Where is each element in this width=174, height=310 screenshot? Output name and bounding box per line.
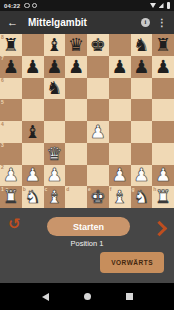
square-f6[interactable] (109, 78, 131, 100)
square-g2[interactable]: ♟ (131, 165, 153, 187)
forward-button[interactable]: VORWÄRTS (100, 252, 164, 273)
square-b8[interactable] (22, 34, 44, 56)
nav-home-icon[interactable] (84, 293, 91, 300)
square-h6[interactable] (152, 78, 174, 100)
piece-black-rook: ♜ (155, 35, 171, 53)
nav-recents-icon[interactable] (126, 293, 133, 300)
piece-white-queen: ♛ (46, 144, 62, 162)
piece-black-king: ♚ (90, 35, 106, 53)
back-arrow-icon[interactable]: ← (7, 17, 18, 28)
info-icon[interactable]: i (141, 18, 150, 27)
piece-black-pawn: ♟ (25, 57, 41, 75)
square-e8[interactable]: ♚ (87, 34, 109, 56)
square-g3[interactable] (131, 143, 153, 165)
square-g5[interactable] (131, 99, 153, 121)
piece-white-knight: ♞ (133, 188, 149, 206)
square-a1[interactable]: 1a♜ (0, 186, 22, 208)
square-a8[interactable]: 8♜ (0, 34, 22, 56)
square-d7[interactable]: ♟ (65, 56, 87, 78)
square-h4[interactable] (152, 121, 174, 143)
square-a2[interactable]: 2♟ (0, 165, 22, 187)
chess-board: 8♜♝♛♚♞♜7♟♟♟♟♟♟♟6♞54♝♟3♛2♟♟♟♟♟♟1a♜b♞c♝de♚… (0, 34, 174, 208)
coord-file-label: d (66, 187, 69, 192)
square-g4[interactable] (131, 121, 153, 143)
square-f2[interactable]: ♟ (109, 165, 131, 187)
status-bar: 04:22 (0, 0, 174, 11)
piece-white-pawn: ♟ (3, 166, 19, 184)
piece-white-pawn: ♟ (112, 166, 128, 184)
square-c2[interactable]: ♟ (44, 165, 66, 187)
square-a3[interactable]: 3 (0, 143, 22, 165)
square-c8[interactable]: ♝ (44, 34, 66, 56)
square-h1[interactable]: h♜ (152, 186, 174, 208)
piece-white-king: ♚ (90, 188, 106, 206)
piece-white-rook: ♜ (155, 188, 171, 206)
start-button[interactable]: Starten (47, 217, 130, 236)
square-f5[interactable] (109, 99, 131, 121)
square-c4[interactable] (44, 121, 66, 143)
square-d1[interactable]: d (65, 186, 87, 208)
square-b6[interactable] (22, 78, 44, 100)
piece-white-pawn: ♟ (133, 166, 149, 184)
piece-black-queen: ♛ (68, 35, 84, 53)
piece-black-bishop: ♝ (25, 122, 41, 140)
square-c6[interactable]: ♞ (44, 78, 66, 100)
square-f3[interactable] (109, 143, 131, 165)
square-d2[interactable] (65, 165, 87, 187)
square-b3[interactable] (22, 143, 44, 165)
square-e5[interactable] (87, 99, 109, 121)
piece-black-pawn: ♟ (155, 57, 171, 75)
nav-back-icon[interactable] (42, 293, 49, 301)
notification-circle-icon (24, 3, 30, 9)
piece-black-pawn: ♟ (133, 57, 149, 75)
square-h7[interactable]: ♟ (152, 56, 174, 78)
square-f7[interactable]: ♟ (109, 56, 131, 78)
position-label: Position 1 (0, 239, 174, 248)
square-a6[interactable]: 6 (0, 78, 22, 100)
battery-icon (167, 2, 171, 9)
coord-rank-label: 4 (1, 122, 4, 127)
square-e6[interactable] (87, 78, 109, 100)
restart-icon[interactable]: ↺ (8, 217, 21, 232)
piece-white-knight: ♞ (25, 188, 41, 206)
square-d6[interactable] (65, 78, 87, 100)
square-e3[interactable] (87, 143, 109, 165)
square-g8[interactable]: ♞ (131, 34, 153, 56)
next-chevron-icon[interactable] (152, 221, 168, 237)
app-title: Mittelgambit (28, 17, 87, 28)
coord-rank-label: 6 (1, 78, 4, 83)
square-e4[interactable]: ♟ (87, 121, 109, 143)
overflow-menu-icon[interactable]: ⋮ (157, 18, 167, 28)
square-h5[interactable] (152, 99, 174, 121)
piece-white-bishop: ♝ (46, 188, 62, 206)
android-nav-bar (0, 283, 174, 310)
square-a5[interactable]: 5 (0, 99, 22, 121)
square-h8[interactable]: ♜ (152, 34, 174, 56)
info-letter: i (145, 19, 147, 26)
piece-black-pawn: ♟ (112, 57, 128, 75)
coord-rank-label: 5 (1, 100, 4, 105)
square-a4[interactable]: 4 (0, 121, 22, 143)
piece-black-pawn: ♟ (68, 57, 84, 75)
piece-black-pawn: ♟ (3, 57, 19, 75)
app-bar: ← Mittelgambit i ⋮ (0, 11, 174, 34)
status-time: 04:22 (4, 3, 20, 9)
piece-black-knight: ♞ (46, 79, 62, 97)
square-b4[interactable]: ♝ (22, 121, 44, 143)
piece-white-pawn: ♟ (46, 166, 62, 184)
piece-white-rook: ♜ (3, 188, 19, 206)
square-d8[interactable]: ♛ (65, 34, 87, 56)
notification-circle-icon (32, 3, 38, 9)
square-g6[interactable] (131, 78, 153, 100)
square-c1[interactable]: c♝ (44, 186, 66, 208)
piece-black-pawn: ♟ (46, 57, 62, 75)
square-e7[interactable] (87, 56, 109, 78)
square-b7[interactable]: ♟ (22, 56, 44, 78)
square-c5[interactable] (44, 99, 66, 121)
square-b2[interactable]: ♟ (22, 165, 44, 187)
piece-black-rook: ♜ (3, 35, 19, 53)
square-f4[interactable] (109, 121, 131, 143)
signal-icon (159, 3, 164, 8)
coord-rank-label: 3 (1, 143, 4, 148)
square-e1[interactable]: e♚ (87, 186, 109, 208)
square-f8[interactable] (109, 34, 131, 56)
square-e2[interactable] (87, 165, 109, 187)
piece-white-bishop: ♝ (112, 188, 128, 206)
square-d4[interactable] (65, 121, 87, 143)
square-f1[interactable]: f♝ (109, 186, 131, 208)
controls-panel: ↺ Starten Position 1 VORWÄRTS (0, 208, 174, 283)
square-d3[interactable] (65, 143, 87, 165)
phone-screen: 04:22 ← Mittelgambit i ⋮ 8♜♝♛♚♞♜7♟♟♟♟♟♟♟… (0, 0, 174, 310)
square-h3[interactable] (152, 143, 174, 165)
wifi-icon (150, 3, 156, 8)
square-c7[interactable]: ♟ (44, 56, 66, 78)
piece-black-bishop: ♝ (46, 35, 62, 53)
piece-white-pawn: ♟ (155, 166, 171, 184)
square-d5[interactable] (65, 99, 87, 121)
square-h2[interactable]: ♟ (152, 165, 174, 187)
piece-black-knight: ♞ (133, 35, 149, 53)
square-b1[interactable]: b♞ (22, 186, 44, 208)
piece-white-pawn: ♟ (25, 166, 41, 184)
square-a7[interactable]: 7♟ (0, 56, 22, 78)
square-g7[interactable]: ♟ (131, 56, 153, 78)
square-g1[interactable]: g♞ (131, 186, 153, 208)
piece-white-pawn: ♟ (90, 122, 106, 140)
square-b5[interactable] (22, 99, 44, 121)
square-c3[interactable]: ♛ (44, 143, 66, 165)
